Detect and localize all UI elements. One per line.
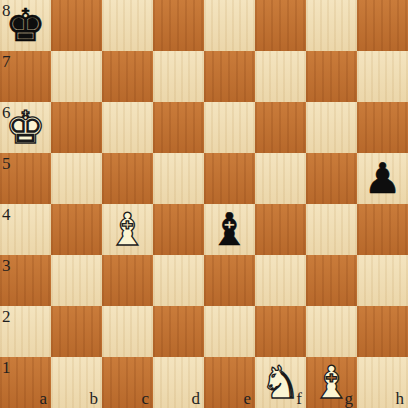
square-d2[interactable] (153, 306, 204, 357)
square-d3[interactable] (153, 255, 204, 306)
square-c7[interactable] (102, 51, 153, 102)
square-g5[interactable] (306, 153, 357, 204)
piece-black-king[interactable]: ♚ (0, 0, 51, 51)
square-b8[interactable] (51, 0, 102, 51)
square-b2[interactable] (51, 306, 102, 357)
square-f4[interactable] (255, 204, 306, 255)
square-f6[interactable] (255, 102, 306, 153)
square-a6[interactable]: 6♚ (0, 102, 51, 153)
file-label-a: a (39, 390, 47, 407)
square-c6[interactable] (102, 102, 153, 153)
square-b6[interactable] (51, 102, 102, 153)
piece-black-bishop[interactable]: ♝ (204, 204, 255, 255)
rank-label-7: 7 (2, 53, 11, 70)
square-d5[interactable] (153, 153, 204, 204)
square-d6[interactable] (153, 102, 204, 153)
square-a1[interactable]: 1a (0, 357, 51, 408)
square-g1[interactable]: g♝ (306, 357, 357, 408)
file-label-b: b (90, 390, 99, 407)
file-label-d: d (192, 390, 201, 407)
square-e1[interactable]: e (204, 357, 255, 408)
piece-white-king[interactable]: ♚ (0, 102, 51, 153)
square-f2[interactable] (255, 306, 306, 357)
square-a7[interactable]: 7 (0, 51, 51, 102)
square-b4[interactable] (51, 204, 102, 255)
rank-label-3: 3 (2, 257, 11, 274)
square-h7[interactable] (357, 51, 408, 102)
square-e5[interactable] (204, 153, 255, 204)
square-e6[interactable] (204, 102, 255, 153)
square-e4[interactable]: ♝ (204, 204, 255, 255)
square-f7[interactable] (255, 51, 306, 102)
square-h8[interactable] (357, 0, 408, 51)
square-a3[interactable]: 3 (0, 255, 51, 306)
square-c8[interactable] (102, 0, 153, 51)
square-g6[interactable] (306, 102, 357, 153)
file-label-c: c (141, 390, 149, 407)
square-c4[interactable]: ♝ (102, 204, 153, 255)
square-g8[interactable] (306, 0, 357, 51)
square-a8[interactable]: 8♚ (0, 0, 51, 51)
square-g3[interactable] (306, 255, 357, 306)
square-h2[interactable] (357, 306, 408, 357)
square-c2[interactable] (102, 306, 153, 357)
piece-white-bishop[interactable]: ♝ (102, 204, 153, 255)
square-g4[interactable] (306, 204, 357, 255)
square-g7[interactable] (306, 51, 357, 102)
file-label-e: e (243, 390, 251, 407)
rank-label-4: 4 (2, 206, 11, 223)
square-a4[interactable]: 4 (0, 204, 51, 255)
square-d4[interactable] (153, 204, 204, 255)
square-a2[interactable]: 2 (0, 306, 51, 357)
square-c3[interactable] (102, 255, 153, 306)
square-d8[interactable] (153, 0, 204, 51)
square-f8[interactable] (255, 0, 306, 51)
square-d7[interactable] (153, 51, 204, 102)
square-h5[interactable]: ♟ (357, 153, 408, 204)
rank-label-2: 2 (2, 308, 11, 325)
square-c1[interactable]: c (102, 357, 153, 408)
square-a5[interactable]: 5 (0, 153, 51, 204)
square-f1[interactable]: f♞ (255, 357, 306, 408)
piece-white-knight[interactable]: ♞ (255, 357, 306, 408)
piece-white-bishop[interactable]: ♝ (306, 357, 357, 408)
square-e7[interactable] (204, 51, 255, 102)
square-e2[interactable] (204, 306, 255, 357)
square-e8[interactable] (204, 0, 255, 51)
rank-label-1: 1 (2, 359, 11, 376)
rank-label-5: 5 (2, 155, 11, 172)
square-f5[interactable] (255, 153, 306, 204)
square-b7[interactable] (51, 51, 102, 102)
piece-black-pawn[interactable]: ♟ (357, 153, 408, 204)
file-label-h: h (396, 390, 405, 407)
square-h1[interactable]: h (357, 357, 408, 408)
square-g2[interactable] (306, 306, 357, 357)
square-d1[interactable]: d (153, 357, 204, 408)
square-b5[interactable] (51, 153, 102, 204)
square-e3[interactable] (204, 255, 255, 306)
square-c5[interactable] (102, 153, 153, 204)
square-h3[interactable] (357, 255, 408, 306)
square-h4[interactable] (357, 204, 408, 255)
square-b1[interactable]: b (51, 357, 102, 408)
square-h6[interactable] (357, 102, 408, 153)
square-b3[interactable] (51, 255, 102, 306)
chess-board: 8♚76♚5♟4♝♝321abcdef♞g♝h (0, 0, 408, 408)
square-f3[interactable] (255, 255, 306, 306)
